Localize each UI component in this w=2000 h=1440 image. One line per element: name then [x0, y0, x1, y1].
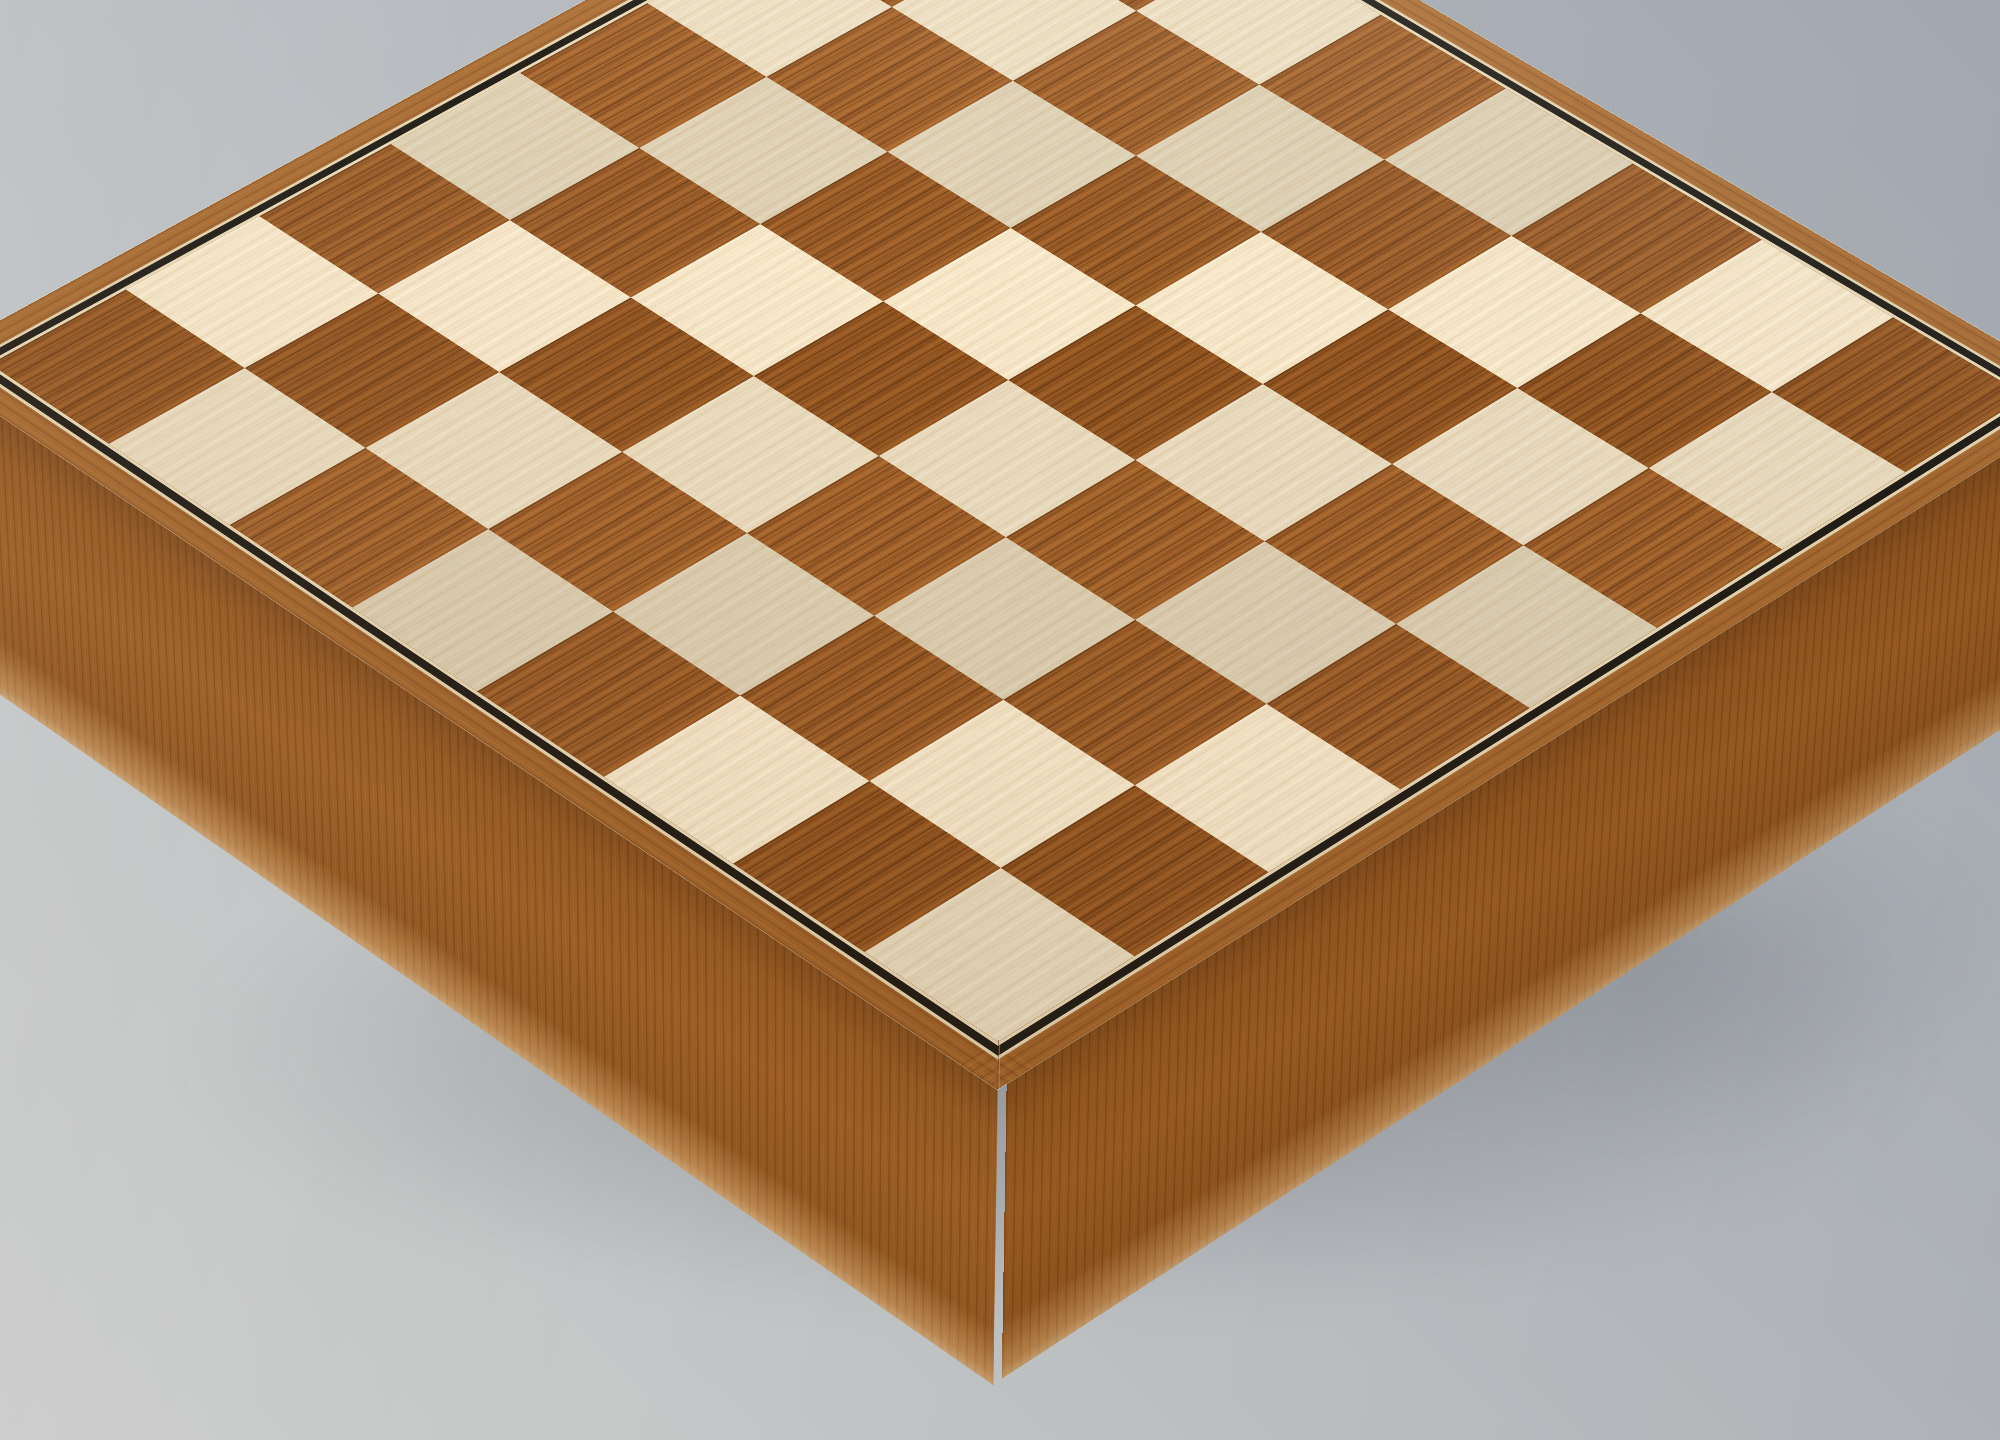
square-e4 — [879, 380, 1136, 537]
square-f5 — [1135, 384, 1392, 541]
square-d1 — [352, 529, 613, 691]
square-h3 — [1135, 704, 1400, 872]
square-g2 — [869, 700, 1134, 868]
square-g6 — [1392, 388, 1649, 545]
square-f1 — [604, 696, 869, 864]
photo-stage — [0, 0, 2000, 1440]
square-h5 — [1396, 545, 1657, 708]
square-g4 — [1135, 541, 1396, 704]
square-h2 — [1001, 785, 1269, 956]
square-c2 — [366, 372, 623, 529]
square-h1 — [864, 868, 1134, 1042]
square-d2 — [488, 452, 747, 612]
square-h7 — [1649, 392, 1906, 549]
square-f2 — [740, 616, 1003, 781]
scene — [0, 0, 2000, 1440]
chess-board — [0, 0, 2000, 1090]
square-b1 — [109, 368, 366, 525]
square-d3 — [622, 376, 879, 533]
square-h4 — [1267, 624, 1530, 789]
square-g3 — [1003, 620, 1266, 785]
square-f4 — [1006, 460, 1265, 620]
square-c1 — [230, 448, 489, 608]
square-e1 — [477, 612, 740, 777]
square-e3 — [747, 456, 1006, 616]
square-h6 — [1524, 468, 1783, 628]
square-f3 — [874, 537, 1135, 700]
square-e2 — [613, 533, 874, 695]
square-g1 — [733, 781, 1001, 952]
square-g5 — [1265, 464, 1524, 624]
